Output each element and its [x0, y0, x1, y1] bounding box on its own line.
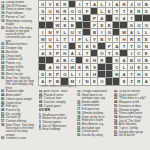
grid-cell[interactable]: P — [76, 36, 83, 43]
grid-cell[interactable]: B — [143, 57, 150, 64]
black-cell — [143, 15, 150, 22]
grid-cell[interactable]: E — [106, 22, 113, 29]
grid-cell[interactable]: T — [113, 36, 120, 43]
grid-cell[interactable]: E — [120, 78, 127, 85]
grid-cell[interactable]: S — [83, 71, 90, 78]
black-cell — [83, 29, 90, 36]
grid-cell[interactable]: L — [54, 36, 61, 43]
grid-cell[interactable]: P — [54, 71, 61, 78]
grid-cell[interactable]: A — [69, 50, 76, 57]
down-clues-column-3: 10. Orange soda brand11. Small dam in an… — [77, 90, 111, 149]
grid-cell[interactable]: A — [39, 50, 46, 57]
grid-cell[interactable]: W — [120, 29, 127, 36]
black-cell — [113, 78, 120, 85]
grid-cell[interactable]: E — [98, 22, 105, 29]
grid-cell[interactable]: P — [91, 15, 98, 22]
grid-cell[interactable]: U — [46, 8, 53, 15]
grid-cell[interactable]: A — [46, 64, 53, 71]
grid-cell[interactable]: P — [106, 43, 113, 50]
grid-cell[interactable]: D — [39, 71, 46, 78]
grid-cell[interactable]: O — [61, 43, 68, 50]
grid-cell[interactable]: L — [135, 29, 142, 36]
grid-cell[interactable]: T — [113, 8, 120, 15]
grid-cell[interactable]: T — [120, 8, 127, 15]
clue: 36. Step Two: Take the figure you got fo… — [1, 77, 37, 90]
black-cell — [106, 15, 113, 22]
across-clues-column: 13. Dandy fellows14. Old VCR format15. R… — [1, 1, 37, 149]
grid-cell[interactable]: C — [113, 64, 120, 71]
grid-cell[interactable]: Y — [91, 36, 98, 43]
grid-cell[interactable]: B — [39, 15, 46, 22]
grid-cell[interactable]: R — [135, 78, 142, 85]
crossword-grid: OVERITALIANJOBSUNROOFLETTERSBYPASSPAOATW… — [38, 0, 150, 86]
grid-cell[interactable]: S — [91, 64, 98, 71]
black-cell — [39, 22, 46, 29]
grid-cell[interactable]: E — [83, 43, 90, 50]
grid-cell[interactable]: L — [61, 29, 68, 36]
grid-cell[interactable]: L — [83, 36, 90, 43]
black-cell — [91, 50, 98, 57]
grid-cell[interactable]: C — [135, 50, 142, 57]
grid-cell[interactable]: I — [128, 50, 135, 57]
grid-cell[interactable]: I — [39, 29, 46, 36]
grid-cell[interactable]: O — [69, 8, 76, 15]
grid-cell[interactable]: C — [69, 57, 76, 64]
grid-cell[interactable]: O — [143, 22, 150, 29]
grid-cell[interactable]: M — [113, 71, 120, 78]
grid-cell[interactable]: V — [46, 1, 53, 8]
grid-cell[interactable]: T — [106, 50, 113, 57]
grid-cell[interactable]: L — [143, 29, 150, 36]
grid-cell[interactable]: F — [91, 22, 98, 29]
grid-cell[interactable]: O — [39, 1, 46, 8]
grid-cell[interactable]: I — [39, 43, 46, 50]
grid-cell[interactable]: M — [39, 36, 46, 43]
black-cell — [120, 50, 127, 57]
grid-cell[interactable]: R — [128, 36, 135, 43]
grid-cell[interactable]: B — [69, 22, 76, 29]
grid-cell[interactable]: G — [106, 29, 113, 36]
grid-cell[interactable]: H — [135, 71, 142, 78]
grid-cell[interactable]: H — [61, 50, 68, 57]
grid-cell[interactable]: R — [135, 8, 142, 15]
grid-cell[interactable]: E — [61, 22, 68, 29]
grid-cell[interactable]: H — [91, 71, 98, 78]
grid-cell[interactable]: A — [113, 43, 120, 50]
grid-cell[interactable]: L — [98, 1, 105, 8]
black-cell — [113, 29, 120, 36]
black-cell — [120, 22, 127, 29]
grid-cell[interactable]: T — [61, 36, 68, 43]
black-cell — [135, 15, 142, 22]
black-cell — [91, 8, 98, 15]
black-cell — [98, 71, 105, 78]
grid-cell[interactable]: O — [113, 15, 120, 22]
clue: 58. Step Three: Your Step Two result is … — [1, 124, 37, 137]
grid-cell[interactable]: S — [143, 8, 150, 15]
black-cell — [98, 43, 105, 50]
grid-cell[interactable]: A — [120, 71, 127, 78]
grid-cell[interactable]: H — [120, 36, 127, 43]
grid-cell[interactable]: N — [54, 8, 61, 15]
grid-cell[interactable]: A — [54, 57, 61, 64]
grid-cell[interactable]: N — [143, 43, 150, 50]
grid-cell[interactable]: H — [91, 57, 98, 64]
grid-cell[interactable]: S — [39, 8, 46, 15]
grid-cell[interactable]: F — [83, 8, 90, 15]
black-cell — [69, 43, 76, 50]
grid-cell[interactable]: F — [54, 29, 61, 36]
grid-cell[interactable]: R — [61, 8, 68, 15]
black-cell — [39, 64, 46, 71]
grid-cell[interactable]: L — [76, 50, 83, 57]
grid-cell[interactable]: P — [54, 50, 61, 57]
grid-cell[interactable]: T — [83, 1, 90, 8]
grid-cell[interactable]: A — [128, 29, 135, 36]
grid-cell[interactable]: N — [46, 43, 53, 50]
grid-cell[interactable]: O — [61, 71, 68, 78]
grid-cell[interactable]: B — [91, 29, 98, 36]
clue: 5. Have holdings — [39, 128, 74, 131]
grid-cell[interactable]: S — [143, 71, 150, 78]
grid-cell[interactable]: E — [135, 64, 142, 71]
clue: 30. Decide by rating — [77, 134, 111, 137]
grid-cell[interactable]: O — [135, 43, 142, 50]
grid-cell[interactable]: A — [98, 15, 105, 22]
grid-cell[interactable]: T — [128, 43, 135, 50]
grid-cell[interactable]: E — [91, 43, 98, 50]
grid-cell[interactable]: L — [120, 64, 127, 71]
grid-cell[interactable]: W — [54, 22, 61, 29]
grid-cell[interactable]: E — [143, 50, 150, 57]
grid-cell[interactable]: S — [113, 50, 120, 57]
black-cell — [113, 22, 120, 29]
grid-cell[interactable]: J — [128, 1, 135, 8]
grid-cell[interactable]: T — [83, 50, 90, 57]
black-cell — [83, 15, 90, 22]
grid-cell[interactable]: E — [106, 8, 113, 15]
black-cell — [76, 57, 83, 64]
down-clues-column-4: 40. To-do list entries42. Quick request?… — [114, 90, 149, 149]
black-cell — [106, 71, 113, 78]
clue: 20. Step One: For every answer in this g… — [1, 27, 37, 44]
black-cell — [46, 57, 53, 64]
grid-cell[interactable]: K — [113, 57, 120, 64]
grid-cell[interactable]: A — [61, 15, 68, 22]
grid-cell[interactable]: R — [98, 57, 105, 64]
grid-cell[interactable]: N — [120, 1, 127, 8]
clue: 62. Go to bat for — [114, 134, 149, 137]
black-cell — [106, 57, 113, 64]
grid-cell[interactable]: P — [54, 15, 61, 22]
grid-cell[interactable]: I — [98, 29, 105, 36]
newspaper-crossword-page: 13. Dandy fellows14. Old VCR format15. R… — [0, 0, 150, 150]
grid-cell[interactable]: E — [46, 71, 53, 78]
grid-cell[interactable]: B — [61, 57, 68, 64]
grid-cell[interactable]: S — [69, 15, 76, 22]
grid-cell[interactable]: O — [98, 50, 105, 57]
black-cell — [69, 1, 76, 8]
grid-cell[interactable]: A — [120, 57, 127, 64]
grid-cell[interactable]: O — [135, 1, 142, 8]
grid-cell[interactable]: O — [135, 22, 142, 29]
grid-cell[interactable]: Y — [106, 36, 113, 43]
grid-cell[interactable]: I — [76, 1, 83, 8]
grid-cell[interactable]: N — [46, 29, 53, 36]
grid-cell[interactable]: A — [143, 78, 150, 85]
grid-cell[interactable]: A — [91, 1, 98, 8]
grid-cell[interactable]: S — [143, 64, 150, 71]
grid-cell[interactable]: A — [120, 15, 127, 22]
grid-cell[interactable]: R — [61, 1, 68, 8]
grid-cell[interactable]: T — [120, 43, 127, 50]
grid-cell[interactable]: E — [76, 64, 83, 71]
grid-cell[interactable]: B — [128, 57, 135, 64]
grid-cell[interactable]: U — [128, 64, 135, 71]
grid-cell[interactable]: U — [46, 36, 53, 43]
grid-cell[interactable]: G — [128, 22, 135, 29]
clues-column-2: 65. Actor Sal of "Giant"66. Pound of ver… — [39, 90, 74, 149]
grid-cell[interactable]: W — [69, 64, 76, 71]
grid-cell[interactable]: L — [98, 8, 105, 15]
grid-cell[interactable]: I — [106, 1, 113, 8]
black-cell — [76, 22, 83, 29]
grid-cell[interactable]: Z — [128, 78, 135, 85]
grid-cell[interactable]: I — [76, 71, 83, 78]
black-cell — [98, 64, 105, 71]
grid-cell[interactable]: E — [135, 36, 142, 43]
grid-cell[interactable]: U — [69, 29, 76, 36]
grid-cell[interactable]: E — [83, 57, 90, 64]
grid-cell[interactable]: O — [135, 57, 142, 64]
grid-cell[interactable]: N — [54, 64, 61, 71]
grid-cell[interactable]: E — [54, 1, 61, 8]
grid-cell[interactable]: E — [76, 43, 83, 50]
grid-cell[interactable]: S — [76, 15, 83, 22]
grid-cell[interactable]: S — [46, 50, 53, 57]
grid-cell[interactable]: Y — [46, 15, 53, 22]
grid-cell[interactable]: T — [128, 15, 135, 22]
black-cell — [39, 57, 46, 64]
grid-cell[interactable]: T — [54, 43, 61, 50]
black-cell — [106, 64, 113, 71]
grid-cell[interactable]: X — [76, 29, 83, 36]
grid-cell[interactable]: R — [83, 64, 90, 71]
grid-cell[interactable]: I — [69, 36, 76, 43]
grid-cell[interactable]: T — [128, 71, 135, 78]
grid-cell[interactable]: L — [69, 71, 76, 78]
grid-cell[interactable]: E — [128, 8, 135, 15]
grid-cell[interactable]: E — [143, 36, 150, 43]
grid-cell[interactable]: A — [113, 1, 120, 8]
grid-cell[interactable]: B — [98, 36, 105, 43]
grid-cell[interactable]: O — [76, 8, 83, 15]
black-cell — [83, 22, 90, 29]
copyright-caption: ©2024 Tribune Content Agency — [40, 85, 110, 89]
clue: 60. It makes a case — [1, 137, 37, 140]
grid-cell[interactable]: S — [61, 64, 68, 71]
black-cell — [46, 22, 53, 29]
grid-cell[interactable]: B — [143, 1, 150, 8]
